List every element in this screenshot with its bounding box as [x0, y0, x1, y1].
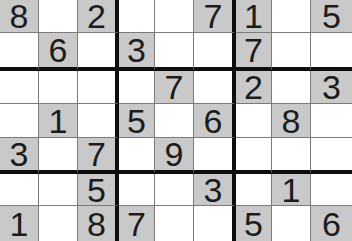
cell-r3c2[interactable]: [39, 71, 78, 104]
cell-r7c1[interactable]: 1: [0, 206, 39, 241]
cell-r3c1[interactable]: [0, 71, 39, 104]
cell-r7c6[interactable]: [194, 206, 236, 241]
cell-r1c6[interactable]: 7: [194, 0, 236, 33]
cell-r3c7[interactable]: 2: [236, 71, 272, 104]
cell-r2c8[interactable]: [272, 33, 311, 71]
cell-r4c8[interactable]: 8: [272, 104, 311, 138]
cell-r4c3[interactable]: [78, 104, 119, 138]
cell-r7c8[interactable]: [272, 206, 311, 241]
cell-r4c9[interactable]: [311, 104, 352, 138]
cell-r1c5[interactable]: [155, 0, 194, 33]
cell-r1c7[interactable]: 1: [236, 0, 272, 33]
cell-r2c7[interactable]: 7: [236, 33, 272, 71]
cell-r7c7[interactable]: 5: [236, 206, 272, 241]
cell-r7c3[interactable]: 8: [78, 206, 119, 241]
cell-r2c9[interactable]: [311, 33, 352, 71]
cell-r4c7[interactable]: [236, 104, 272, 138]
cell-r5c8[interactable]: [272, 138, 311, 174]
cell-r1c9[interactable]: 5: [311, 0, 352, 33]
cell-r7c4[interactable]: 7: [119, 206, 155, 241]
cell-r2c1[interactable]: [0, 33, 39, 71]
cell-r2c4[interactable]: 3: [119, 33, 155, 71]
cell-r5c2[interactable]: [39, 138, 78, 174]
cell-r2c6[interactable]: [194, 33, 236, 71]
cell-r3c3[interactable]: [78, 71, 119, 104]
cell-r1c3[interactable]: 2: [78, 0, 119, 33]
cell-r6c2[interactable]: [39, 174, 78, 206]
cell-r2c2[interactable]: 6: [39, 33, 78, 71]
cell-r1c1[interactable]: 8: [0, 0, 39, 33]
cell-r1c8[interactable]: [272, 0, 311, 33]
cell-r3c4[interactable]: [119, 71, 155, 104]
cell-r5c6[interactable]: [194, 138, 236, 174]
cell-r3c6[interactable]: [194, 71, 236, 104]
cell-r1c2[interactable]: [39, 0, 78, 33]
cell-r3c5[interactable]: 7: [155, 71, 194, 104]
cell-r4c6[interactable]: 6: [194, 104, 236, 138]
cell-r2c5[interactable]: [155, 33, 194, 71]
cell-r5c5[interactable]: 9: [155, 138, 194, 174]
cell-r5c1[interactable]: 3: [0, 138, 39, 174]
cell-r5c4[interactable]: [119, 138, 155, 174]
cell-r6c1[interactable]: [0, 174, 39, 206]
cell-r5c9[interactable]: [311, 138, 352, 174]
cell-r2c3[interactable]: [78, 33, 119, 71]
cell-r4c1[interactable]: [0, 104, 39, 138]
cell-r7c9[interactable]: 6: [311, 206, 352, 241]
cell-r5c7[interactable]: [236, 138, 272, 174]
cell-r4c2[interactable]: 1: [39, 104, 78, 138]
cell-r7c5[interactable]: [155, 206, 194, 241]
cell-r4c4[interactable]: 5: [119, 104, 155, 138]
cell-r7c2[interactable]: [39, 206, 78, 241]
cell-r6c8[interactable]: 1: [272, 174, 311, 206]
cell-r6c7[interactable]: [236, 174, 272, 206]
cell-r3c8[interactable]: [272, 71, 311, 104]
cell-r6c5[interactable]: [155, 174, 194, 206]
cell-r6c6[interactable]: 3: [194, 174, 236, 206]
cell-r6c3[interactable]: 5: [78, 174, 119, 206]
cell-r6c9[interactable]: [311, 174, 352, 206]
cell-r1c4[interactable]: [119, 0, 155, 33]
cell-r6c4[interactable]: [119, 174, 155, 206]
cell-r5c3[interactable]: 7: [78, 138, 119, 174]
sudoku-board: 82715637723156837953118756: [0, 0, 352, 241]
cell-r4c5[interactable]: [155, 104, 194, 138]
cell-r3c9[interactable]: 3: [311, 71, 352, 104]
